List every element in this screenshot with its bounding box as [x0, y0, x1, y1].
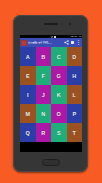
grid-cell-J[interactable]: J — [36, 85, 52, 104]
screen-bottom-strip — [20, 142, 82, 152]
square-icon[interactable] — [71, 41, 74, 44]
grid-cell-D[interactable]: D — [67, 47, 83, 66]
grid-cell-H[interactable]: H — [67, 66, 83, 85]
toolbar-actions: ⋮ — [64, 38, 81, 47]
grid-cell-M[interactable]: M — [20, 104, 36, 123]
share-icon[interactable] — [64, 40, 69, 45]
speaker-slit — [44, 23, 58, 25]
grid-cell-E[interactable]: E — [20, 66, 36, 85]
home-button — [42, 159, 60, 166]
grid-cell-R[interactable]: R — [36, 123, 52, 142]
grid-cell-O[interactable]: O — [51, 104, 67, 123]
grid-cell-F[interactable]: F — [36, 66, 52, 85]
signal-icon — [51, 36, 53, 38]
front-camera-dot — [69, 23, 71, 25]
app-title: ইংরেজি বর্ণ শিখি... — [28, 38, 63, 47]
grid-cell-I[interactable]: I — [20, 85, 36, 104]
overflow-menu-icon[interactable]: ⋮ — [76, 38, 81, 47]
grid-cell-A[interactable]: A — [20, 47, 36, 66]
letter-grid: ABCDEFGHIJKLMNOPQRST — [20, 47, 82, 142]
grid-cell-K[interactable]: K — [51, 85, 67, 104]
grid-cell-N[interactable]: N — [36, 104, 52, 123]
grid-cell-Q[interactable]: Q — [20, 123, 36, 142]
phone-frame: 12:30 AM ইংরেজি বর্ণ শিখি... ⋮ ABCDEFGHI… — [13, 15, 88, 172]
app-screen: 12:30 AM ইংরেজি বর্ণ শিখি... ⋮ ABCDEFGHI… — [20, 35, 82, 152]
grid-cell-G[interactable]: G — [51, 66, 67, 85]
grid-cell-C[interactable]: C — [51, 47, 67, 66]
grid-cell-P[interactable]: P — [67, 104, 83, 123]
grid-cell-B[interactable]: B — [36, 47, 52, 66]
status-bar-time: 12:30 AM — [70, 36, 81, 37]
grid-cell-L[interactable]: L — [67, 85, 83, 104]
app-toolbar: ইংরেজি বর্ণ শিখি... ⋮ — [20, 38, 82, 47]
grid-cell-S[interactable]: S — [51, 123, 67, 142]
grid-cell-T[interactable]: T — [67, 123, 83, 142]
app-logo-icon — [21, 40, 27, 46]
